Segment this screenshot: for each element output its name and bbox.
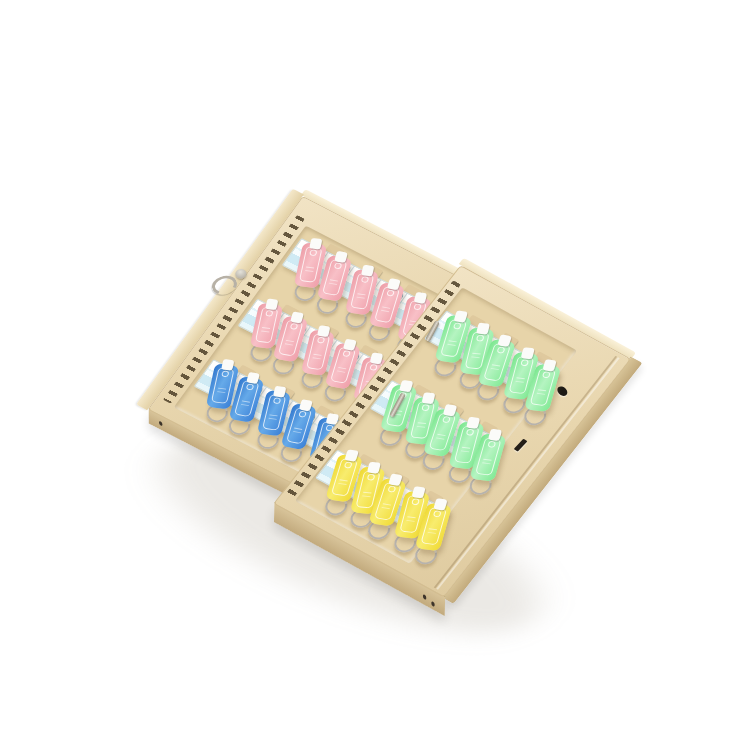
tag-label-print [299,246,323,283]
tag-label-print [262,394,286,431]
screw-dot [431,601,434,607]
screw-dot [423,594,426,600]
tag-clip [264,298,277,310]
tag-label-print [211,367,235,404]
tag-clip [520,347,534,359]
tag-label-print [306,333,330,370]
tag-label-print [350,273,374,310]
screw-dot [159,421,162,427]
tag-label-print [255,306,279,343]
tag-label-print [421,507,448,545]
key-cabinet-photo: 123456789101112131415 161718192021222324… [0,0,750,750]
tag-clip [220,359,233,371]
keyhole [555,385,569,398]
tag-label-print [475,437,502,475]
tag-label-print [530,368,557,406]
tag-clip [465,416,479,428]
tag-clip [413,292,427,304]
tag-clip [369,352,383,364]
tag-clip [308,238,321,250]
tag-clip [411,486,425,498]
latch-slot [514,439,528,452]
